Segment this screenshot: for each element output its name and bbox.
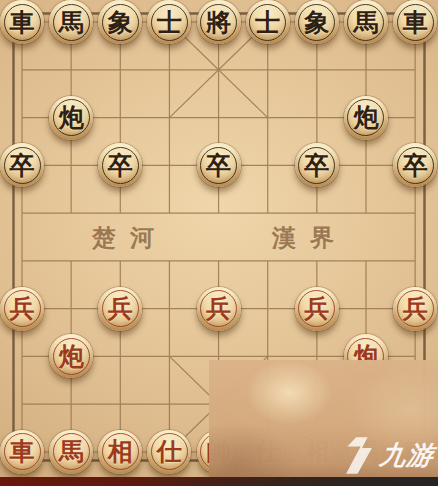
piece-glyph: 馬: [49, 430, 93, 474]
piece-glyph: 車: [393, 0, 437, 44]
watermark: 九游: [339, 437, 436, 474]
piece-glyph: 兵: [393, 287, 437, 331]
piece-red-elephant[interactable]: 相: [98, 430, 142, 474]
piece-red-soldier[interactable]: 兵: [98, 287, 142, 331]
piece-glyph: 士: [246, 0, 290, 44]
piece-red-advisor[interactable]: 仕: [147, 430, 191, 474]
piece-glyph: 馬: [344, 0, 388, 44]
piece-glyph: 兵: [98, 287, 142, 331]
piece-glyph: 炮: [49, 334, 93, 378]
piece-red-soldier[interactable]: 兵: [0, 287, 44, 331]
piece-black-horse[interactable]: 馬: [49, 0, 93, 44]
piece-red-chariot[interactable]: 車: [0, 430, 44, 474]
piece-glyph: 兵: [0, 287, 44, 331]
piece-red-soldier[interactable]: 兵: [393, 287, 437, 331]
piece-glyph: 卒: [0, 143, 44, 187]
piece-glyph: 車: [0, 0, 44, 44]
xiangqi-board-screen: 楚河 漢界 車馬象士將士象馬車炮炮卒卒卒卒卒兵兵兵兵兵炮炮車馬相仕帥仕相馬車 九…: [0, 0, 438, 486]
piece-black-general[interactable]: 將: [197, 0, 241, 44]
piece-glyph: 馬: [49, 0, 93, 44]
piece-black-horse[interactable]: 馬: [344, 0, 388, 44]
piece-red-soldier[interactable]: 兵: [197, 287, 241, 331]
piece-glyph: 卒: [197, 143, 241, 187]
piece-glyph: 兵: [197, 287, 241, 331]
piece-glyph: 炮: [344, 96, 388, 140]
piece-black-elephant[interactable]: 象: [295, 0, 339, 44]
piece-black-soldier[interactable]: 卒: [393, 143, 437, 187]
piece-black-soldier[interactable]: 卒: [197, 143, 241, 187]
piece-black-cannon[interactable]: 炮: [49, 96, 93, 140]
piece-glyph: 車: [0, 430, 44, 474]
piece-glyph: 士: [147, 0, 191, 44]
piece-black-cannon[interactable]: 炮: [344, 96, 388, 140]
piece-black-soldier[interactable]: 卒: [0, 143, 44, 187]
piece-black-soldier[interactable]: 卒: [295, 143, 339, 187]
piece-glyph: 卒: [295, 143, 339, 187]
bottom-edge-strip: [0, 477, 438, 486]
piece-black-soldier[interactable]: 卒: [98, 143, 142, 187]
piece-glyph: 相: [98, 430, 142, 474]
piece-glyph: 象: [295, 0, 339, 44]
ninegame-logo-icon: [339, 437, 377, 474]
piece-black-chariot[interactable]: 車: [393, 0, 437, 44]
piece-black-advisor[interactable]: 士: [246, 0, 290, 44]
piece-glyph: 兵: [295, 287, 339, 331]
piece-glyph: 卒: [393, 143, 437, 187]
piece-red-horse[interactable]: 馬: [49, 430, 93, 474]
piece-glyph: 仕: [147, 430, 191, 474]
piece-red-cannon[interactable]: 炮: [49, 334, 93, 378]
piece-red-soldier[interactable]: 兵: [295, 287, 339, 331]
piece-black-advisor[interactable]: 士: [147, 0, 191, 44]
piece-glyph: 將: [197, 0, 241, 44]
piece-black-elephant[interactable]: 象: [98, 0, 142, 44]
piece-black-chariot[interactable]: 車: [0, 0, 44, 44]
piece-glyph: 卒: [98, 143, 142, 187]
piece-glyph: 炮: [49, 96, 93, 140]
watermark-text: 九游: [378, 438, 437, 473]
piece-glyph: 象: [98, 0, 142, 44]
